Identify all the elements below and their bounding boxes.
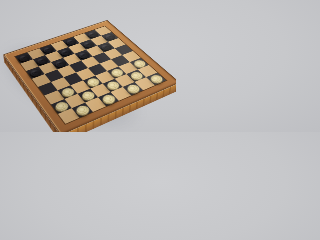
board-square[interactable]: ⛂ — [26, 67, 45, 79]
white-checker-piece[interactable]: ⛀ — [105, 80, 121, 91]
board-square[interactable] — [111, 87, 132, 101]
board-square[interactable]: ⛀ — [146, 73, 166, 86]
board-square[interactable] — [45, 70, 64, 83]
checkers-board: ⛂⛂⛂⛂⛂⛂⛂⛂⛂⛂⛂⛂⛀⛀⛀⛀⛀⛀⛀⛀⛀⛀⛀⛀ — [3, 20, 176, 132]
board-square[interactable] — [44, 90, 64, 104]
board-square[interactable] — [64, 94, 85, 108]
board-square[interactable] — [32, 74, 51, 87]
board-square[interactable]: ⛀ — [103, 79, 123, 92]
board-square[interactable] — [95, 71, 115, 84]
board-square[interactable]: ⛀ — [98, 92, 119, 106]
board-square[interactable]: ⛀ — [123, 82, 143, 95]
white-checker-piece[interactable]: ⛀ — [74, 104, 91, 116]
board-square[interactable] — [85, 97, 106, 112]
board-square[interactable] — [58, 108, 79, 124]
board-square[interactable] — [51, 77, 70, 90]
board-square[interactable] — [70, 80, 90, 93]
board-square[interactable] — [115, 74, 135, 87]
board-square[interactable]: ⛀ — [83, 76, 103, 89]
board-square[interactable] — [76, 68, 95, 80]
white-checker-piece[interactable]: ⛀ — [59, 87, 75, 98]
board-square[interactable] — [90, 84, 110, 98]
board-square[interactable]: ⛀ — [126, 69, 146, 82]
white-checker-piece[interactable]: ⛀ — [148, 74, 164, 84]
board-square[interactable]: ⛀ — [58, 85, 78, 99]
scene: ⛂⛂⛂⛂⛂⛂⛂⛂⛂⛂⛂⛂⛀⛀⛀⛀⛀⛀⛀⛀⛀⛀⛀⛀ — [0, 0, 176, 132]
white-checker-piece[interactable]: ⛀ — [79, 90, 96, 101]
board-wooden-rim: ⛂⛂⛂⛂⛂⛂⛂⛂⛂⛂⛂⛂⛀⛀⛀⛀⛀⛀⛀⛀⛀⛀⛀⛀ — [3, 20, 176, 132]
board-square[interactable] — [38, 82, 58, 95]
white-checker-piece[interactable]: ⛀ — [100, 93, 117, 105]
board-square[interactable]: ⛀ — [51, 99, 72, 114]
white-checker-piece[interactable]: ⛀ — [128, 71, 144, 81]
board-square[interactable] — [135, 77, 155, 90]
black-checker-piece[interactable]: ⛂ — [28, 68, 43, 78]
white-checker-piece[interactable]: ⛀ — [125, 83, 142, 94]
board-square[interactable]: ⛀ — [72, 103, 93, 118]
board-square[interactable]: ⛀ — [107, 67, 126, 79]
checkers-scene-background: { "game": "checkers", "variant": "englis… — [0, 0, 176, 132]
white-checker-piece[interactable]: ⛀ — [85, 77, 101, 88]
board-square[interactable]: ⛀ — [78, 89, 98, 103]
white-checker-piece[interactable]: ⛀ — [109, 68, 125, 78]
white-checker-piece[interactable]: ⛀ — [53, 100, 70, 112]
board-square[interactable] — [64, 73, 83, 86]
